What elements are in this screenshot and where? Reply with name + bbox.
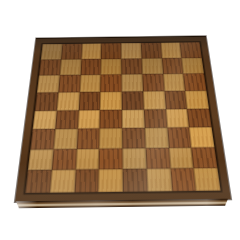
board-square	[185, 90, 209, 108]
board-square	[168, 147, 193, 168]
board-square	[167, 127, 192, 147]
chess-board	[15, 36, 231, 202]
board-square	[78, 92, 100, 110]
board-square	[57, 92, 80, 110]
board-square	[170, 169, 196, 192]
board-square	[191, 147, 217, 168]
board-square	[141, 58, 162, 74]
board-square	[76, 129, 99, 149]
board-square	[51, 149, 76, 170]
board-square	[75, 149, 99, 170]
board-square	[35, 92, 58, 110]
board-square	[183, 74, 206, 91]
board-square	[161, 58, 183, 74]
board-square	[25, 170, 51, 193]
board-square	[79, 75, 101, 92]
board-square	[194, 168, 221, 191]
board-square	[100, 109, 122, 128]
board-square	[189, 127, 214, 147]
photo-tilt-wrapper	[0, 0, 240, 240]
perspective-scene	[0, 0, 240, 230]
board-square	[61, 44, 82, 60]
board-square	[122, 128, 145, 148]
board-square	[77, 110, 100, 129]
board-square	[37, 75, 60, 92]
board-square	[144, 128, 168, 148]
board-square	[55, 110, 78, 129]
board-square	[33, 110, 57, 129]
board-square	[145, 148, 170, 169]
board-square	[39, 59, 61, 75]
board-square	[122, 148, 146, 169]
board-square	[182, 58, 204, 74]
board-square	[163, 74, 185, 91]
board-square	[121, 74, 142, 91]
board-square	[146, 169, 171, 192]
board-square	[101, 43, 121, 59]
board-square	[123, 169, 148, 192]
board-square	[101, 58, 122, 74]
board-square	[28, 149, 53, 170]
board-square	[41, 44, 62, 60]
board-square	[99, 128, 122, 148]
board-square	[121, 58, 142, 74]
board-square	[58, 75, 80, 92]
board-square	[144, 109, 167, 128]
board-square	[53, 129, 77, 149]
board-square	[98, 169, 122, 192]
board-square	[122, 109, 145, 128]
board-square	[30, 129, 55, 149]
board-grid	[25, 42, 220, 193]
board-square	[142, 74, 164, 91]
board-square	[121, 43, 141, 59]
board-square	[80, 59, 101, 75]
board-square	[60, 59, 81, 75]
product-photo-background	[0, 0, 240, 240]
board-square	[100, 92, 122, 110]
board-square	[141, 43, 162, 59]
board-square	[100, 75, 121, 92]
board-square	[50, 170, 76, 193]
board-square	[160, 42, 181, 58]
board-square	[122, 91, 144, 109]
board-square	[143, 91, 166, 109]
board-square	[165, 109, 189, 128]
board-square	[180, 42, 202, 58]
board-square	[99, 148, 123, 169]
board-square	[81, 43, 101, 59]
board-square	[74, 170, 99, 193]
board-square	[164, 91, 187, 109]
board-square	[187, 108, 211, 127]
